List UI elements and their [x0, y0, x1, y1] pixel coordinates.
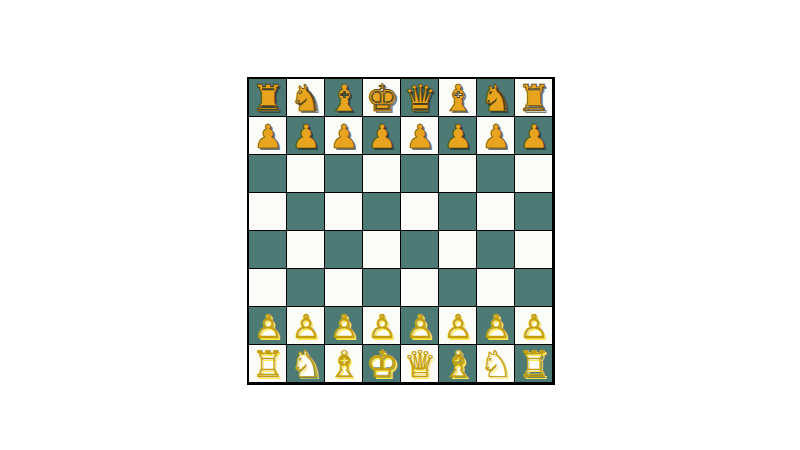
piece-outline-p-icon[interactable]: ♟♙ — [249, 307, 287, 345]
square-r5c7[interactable] — [477, 231, 515, 269]
piece-outline-layer: ♙ — [515, 307, 553, 345]
square-r7c7[interactable]: ♟♙ — [477, 307, 515, 345]
piece-solid-p-icon[interactable]: ♟ — [477, 117, 515, 155]
square-r3c7[interactable] — [477, 155, 515, 193]
square-r6c3[interactable] — [325, 269, 363, 307]
square-r4c7[interactable] — [477, 193, 515, 231]
square-r6c5[interactable] — [401, 269, 439, 307]
piece-outline-p-icon[interactable]: ♟♙ — [515, 307, 553, 345]
piece-solid-k-icon[interactable]: ♚ — [363, 79, 401, 117]
piece-solid-q-icon[interactable]: ♛ — [401, 79, 439, 117]
piece-outline-r-icon[interactable]: ♜♖ — [249, 345, 287, 383]
square-r6c8[interactable] — [515, 269, 553, 307]
square-r5c4[interactable] — [363, 231, 401, 269]
piece-solid-p-icon[interactable]: ♟ — [287, 117, 325, 155]
piece-outline-layer: ♕ — [401, 345, 439, 383]
piece-outline-p-icon[interactable]: ♟♙ — [401, 307, 439, 345]
piece-outline-p-icon[interactable]: ♟♙ — [439, 307, 477, 345]
square-r6c2[interactable] — [287, 269, 325, 307]
square-r7c2[interactable]: ♟♙ — [287, 307, 325, 345]
square-r1c1[interactable]: ♜ — [249, 79, 287, 117]
piece-outline-layer: ♙ — [287, 307, 325, 345]
piece-outline-p-icon[interactable]: ♟♙ — [325, 307, 363, 345]
square-r5c8[interactable] — [515, 231, 553, 269]
square-r7c1[interactable]: ♟♙ — [249, 307, 287, 345]
square-r8c3[interactable]: ♝♗ — [325, 345, 363, 383]
square-r8c2[interactable]: ♞♘ — [287, 345, 325, 383]
piece-outline-layer: ♖ — [515, 345, 553, 383]
square-r8c5[interactable]: ♛♕ — [401, 345, 439, 383]
square-r3c6[interactable] — [439, 155, 477, 193]
square-r6c1[interactable] — [249, 269, 287, 307]
square-r4c1[interactable] — [249, 193, 287, 231]
square-r1c8[interactable]: ♜ — [515, 79, 553, 117]
piece-solid-b-icon[interactable]: ♝ — [439, 79, 477, 117]
piece-solid-p-icon[interactable]: ♟ — [363, 117, 401, 155]
piece-solid-b-icon[interactable]: ♝ — [325, 79, 363, 117]
piece-outline-layer: ♗ — [439, 345, 477, 383]
square-r8c4[interactable]: ♚♔ — [363, 345, 401, 383]
square-r6c6[interactable] — [439, 269, 477, 307]
square-r3c1[interactable] — [249, 155, 287, 193]
chess-board: ♜♞♝♚♛♝♞♜♟♟♟♟♟♟♟♟♟♙♟♙♟♙♟♙♟♙♟♙♟♙♟♙♜♖♞♘♝♗♚♔… — [247, 77, 555, 385]
square-r2c7[interactable]: ♟ — [477, 117, 515, 155]
square-r1c6[interactable]: ♝ — [439, 79, 477, 117]
square-r2c1[interactable]: ♟ — [249, 117, 287, 155]
piece-solid-p-icon[interactable]: ♟ — [439, 117, 477, 155]
square-r4c4[interactable] — [363, 193, 401, 231]
piece-outline-q-icon[interactable]: ♛♕ — [401, 345, 439, 383]
piece-outline-layer: ♙ — [363, 307, 401, 345]
square-r2c3[interactable]: ♟ — [325, 117, 363, 155]
square-r8c6[interactable]: ♝♗ — [439, 345, 477, 383]
square-r8c7[interactable]: ♞♘ — [477, 345, 515, 383]
piece-solid-n-icon[interactable]: ♞ — [287, 79, 325, 117]
piece-outline-layer: ♙ — [249, 307, 287, 345]
square-r5c6[interactable] — [439, 231, 477, 269]
square-r2c5[interactable]: ♟ — [401, 117, 439, 155]
piece-solid-r-icon[interactable]: ♜ — [249, 79, 287, 117]
piece-outline-p-icon[interactable]: ♟♙ — [363, 307, 401, 345]
piece-solid-p-icon[interactable]: ♟ — [515, 117, 553, 155]
piece-outline-layer: ♙ — [401, 307, 439, 345]
piece-solid-r-icon[interactable]: ♜ — [515, 79, 553, 117]
square-r1c7[interactable]: ♞ — [477, 79, 515, 117]
piece-outline-layer: ♙ — [477, 307, 515, 345]
piece-outline-layer: ♘ — [477, 345, 515, 383]
piece-solid-p-icon[interactable]: ♟ — [249, 117, 287, 155]
square-r3c8[interactable] — [515, 155, 553, 193]
piece-outline-layer: ♙ — [439, 307, 477, 345]
square-r5c1[interactable] — [249, 231, 287, 269]
piece-outline-layer: ♖ — [249, 345, 287, 383]
piece-outline-r-icon[interactable]: ♜♖ — [515, 345, 553, 383]
piece-outline-layer: ♙ — [325, 307, 363, 345]
piece-solid-p-icon[interactable]: ♟ — [325, 117, 363, 155]
square-r3c3[interactable] — [325, 155, 363, 193]
square-r1c2[interactable]: ♞ — [287, 79, 325, 117]
piece-outline-k-icon[interactable]: ♚♔ — [363, 345, 401, 383]
square-r4c8[interactable] — [515, 193, 553, 231]
square-r1c3[interactable]: ♝ — [325, 79, 363, 117]
piece-outline-layer: ♗ — [325, 345, 363, 383]
square-r8c8[interactable]: ♜♖ — [515, 345, 553, 383]
piece-solid-p-icon[interactable]: ♟ — [401, 117, 439, 155]
piece-outline-n-icon[interactable]: ♞♘ — [287, 345, 325, 383]
piece-outline-p-icon[interactable]: ♟♙ — [477, 307, 515, 345]
piece-solid-n-icon[interactable]: ♞ — [477, 79, 515, 117]
piece-outline-p-icon[interactable]: ♟♙ — [287, 307, 325, 345]
square-r8c1[interactable]: ♜♖ — [249, 345, 287, 383]
square-r5c2[interactable] — [287, 231, 325, 269]
square-r4c6[interactable] — [439, 193, 477, 231]
square-r3c2[interactable] — [287, 155, 325, 193]
square-r3c4[interactable] — [363, 155, 401, 193]
square-r1c4[interactable]: ♚ — [363, 79, 401, 117]
piece-outline-layer: ♘ — [287, 345, 325, 383]
square-r3c5[interactable] — [401, 155, 439, 193]
square-r2c2[interactable]: ♟ — [287, 117, 325, 155]
square-r7c6[interactable]: ♟♙ — [439, 307, 477, 345]
square-r2c6[interactable]: ♟ — [439, 117, 477, 155]
square-r5c5[interactable] — [401, 231, 439, 269]
piece-outline-b-icon[interactable]: ♝♗ — [325, 345, 363, 383]
square-r2c4[interactable]: ♟ — [363, 117, 401, 155]
square-r4c5[interactable] — [401, 193, 439, 231]
square-r7c8[interactable]: ♟♙ — [515, 307, 553, 345]
square-r4c3[interactable] — [325, 193, 363, 231]
square-r7c3[interactable]: ♟♙ — [325, 307, 363, 345]
piece-outline-layer: ♔ — [363, 345, 401, 383]
square-r7c5[interactable]: ♟♙ — [401, 307, 439, 345]
square-r4c2[interactable] — [287, 193, 325, 231]
piece-outline-n-icon[interactable]: ♞♘ — [477, 345, 515, 383]
square-r5c3[interactable] — [325, 231, 363, 269]
square-r6c4[interactable] — [363, 269, 401, 307]
square-r1c5[interactable]: ♛ — [401, 79, 439, 117]
piece-outline-b-icon[interactable]: ♝♗ — [439, 345, 477, 383]
app-canvas: ♜♞♝♚♛♝♞♜♟♟♟♟♟♟♟♟♟♙♟♙♟♙♟♙♟♙♟♙♟♙♟♙♜♖♞♘♝♗♚♔… — [0, 0, 800, 450]
square-r7c4[interactable]: ♟♙ — [363, 307, 401, 345]
square-r6c7[interactable] — [477, 269, 515, 307]
square-r2c8[interactable]: ♟ — [515, 117, 553, 155]
